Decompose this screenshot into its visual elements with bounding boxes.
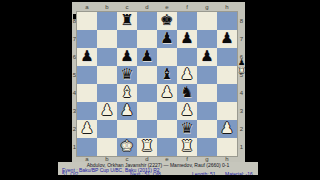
piece-white-pawn: ♟ [217,120,237,138]
chess-gui-panel: abcdefgh 87654321 ♜♚♟♟♟♟♟♟♟♛♝♟♝♟♞♟♟♟♟♛♟♚… [72,2,245,162]
square-c2[interactable] [117,120,137,138]
rank-labels-right: 87654321 [238,12,245,156]
material-balance: Material: -16 [225,171,253,175]
piece-black-rook: ♜ [117,12,137,30]
piece-white-pawn: ♟ [157,84,177,102]
square-d2[interactable] [137,120,157,138]
piece-white-pawn: ♟ [77,120,97,138]
game-length: Length: 51 [192,171,216,175]
square-h3[interactable] [217,102,237,120]
square-e8[interactable]: ♚ [157,12,177,30]
coord-label-h: h [217,4,237,11]
square-a5[interactable] [77,66,97,84]
square-g1[interactable] [197,138,217,156]
piece-black-pawn: ♟ [77,48,97,66]
square-f5[interactable]: ♟ [177,66,197,84]
piece-black-pawn: ♟ [217,30,237,48]
current-move: 51. Qf2 [62,171,78,175]
coord-label-4: 4 [238,84,245,102]
piece-black-pawn: ♟ [177,30,197,48]
coord-label-3: 3 [238,102,245,120]
coord-label-8: 8 [238,12,245,30]
piece-white-pawn: ♟ [177,102,197,120]
square-c7[interactable] [117,30,137,48]
square-f1[interactable]: ♜ [177,138,197,156]
square-b7[interactable] [97,30,117,48]
material-white-rook-icon: ♜ [237,66,246,75]
piece-white-king: ♚ [117,138,137,156]
status-bar: Abdulov, Orkhan Javanshir (2227) — Mamed… [58,162,258,175]
square-d7[interactable] [137,30,157,48]
coord-label-2: 2 [238,120,245,138]
piece-black-pawn: ♟ [157,30,177,48]
square-e5[interactable]: ♝ [157,66,177,84]
square-b6[interactable] [97,48,117,66]
square-c3[interactable]: ♟ [117,102,137,120]
square-a2[interactable]: ♟ [77,120,97,138]
square-a8[interactable] [77,12,97,30]
next-move: Next : 51. Qf8 [130,171,161,175]
square-c4[interactable]: ♝ [117,84,137,102]
video-frame: { "game": "chess", "position": { "fen": … [0,0,320,180]
square-g6[interactable]: ♟ [197,48,217,66]
coord-label-d: d [137,4,157,11]
coord-label-g: g [197,4,217,11]
square-b5[interactable] [97,66,117,84]
piece-black-pawn: ♟ [197,48,217,66]
square-a6[interactable]: ♟ [77,48,97,66]
piece-white-rook: ♜ [177,138,197,156]
square-b8[interactable] [97,12,117,30]
square-h5[interactable] [217,66,237,84]
square-a7[interactable] [77,30,97,48]
coord-label-c: c [117,4,137,11]
coord-label-b: b [97,4,117,11]
file-labels-top: abcdefgh [77,4,237,11]
piece-white-pawn: ♟ [97,102,117,120]
piece-white-pawn: ♟ [117,102,137,120]
coord-label-7: 7 [238,30,245,48]
square-c6[interactable]: ♟ [117,48,137,66]
square-b3[interactable]: ♟ [97,102,117,120]
square-a1[interactable] [77,138,97,156]
square-f8[interactable] [177,12,197,30]
square-h6[interactable] [217,48,237,66]
piece-black-bishop: ♝ [157,66,177,84]
square-g5[interactable] [197,66,217,84]
square-g8[interactable] [197,12,217,30]
coord-label-1: 1 [238,138,245,156]
piece-white-rook: ♜ [137,138,157,156]
square-d4[interactable] [137,84,157,102]
square-d6[interactable]: ♟ [137,48,157,66]
square-e2[interactable] [157,120,177,138]
square-h4[interactable] [217,84,237,102]
square-h8[interactable] [217,12,237,30]
square-d8[interactable] [137,12,157,30]
square-c1[interactable]: ♚ [117,138,137,156]
square-b2[interactable] [97,120,117,138]
square-e6[interactable] [157,48,177,66]
piece-black-king: ♚ [157,12,177,30]
square-g2[interactable] [197,120,217,138]
coord-label-f: f [177,4,197,11]
square-e7[interactable]: ♟ [157,30,177,48]
piece-white-pawn: ♟ [177,66,197,84]
piece-black-knight: ♞ [177,84,197,102]
square-c8[interactable]: ♜ [117,12,137,30]
piece-black-pawn: ♟ [117,48,137,66]
square-f3[interactable]: ♟ [177,102,197,120]
square-d1[interactable]: ♜ [137,138,157,156]
piece-white-bishop: ♝ [117,84,137,102]
square-d3[interactable] [137,102,157,120]
square-h7[interactable]: ♟ [217,30,237,48]
square-b1[interactable] [97,138,117,156]
piece-black-queen: ♛ [117,66,137,84]
square-g3[interactable] [197,102,217,120]
square-f2[interactable]: ♛ [177,120,197,138]
square-f4[interactable]: ♞ [177,84,197,102]
coord-label-e: e [157,4,177,11]
chess-board: ♜♚♟♟♟♟♟♟♟♛♝♟♝♟♞♟♟♟♟♛♟♚♜♜ [77,12,237,156]
square-h1[interactable] [217,138,237,156]
square-g4[interactable] [197,84,217,102]
piece-black-queen: ♛ [177,120,197,138]
square-e3[interactable] [157,102,177,120]
square-f7[interactable]: ♟ [177,30,197,48]
square-f6[interactable] [177,48,197,66]
square-g7[interactable] [197,30,217,48]
square-e1[interactable] [157,138,177,156]
piece-black-pawn: ♟ [137,48,157,66]
square-d5[interactable] [137,66,157,84]
square-c5[interactable]: ♛ [117,66,137,84]
coord-label-a: a [77,4,97,11]
square-a3[interactable] [77,102,97,120]
square-h2[interactable]: ♟ [217,120,237,138]
square-b4[interactable] [97,84,117,102]
square-e4[interactable]: ♟ [157,84,177,102]
square-a4[interactable] [77,84,97,102]
